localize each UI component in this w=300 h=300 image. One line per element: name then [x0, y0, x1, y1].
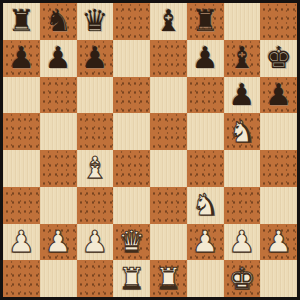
square-g5[interactable]: ♞	[224, 113, 261, 150]
square-f7[interactable]: ♟	[187, 40, 224, 77]
square-g2[interactable]: ♟	[224, 224, 261, 261]
square-e1[interactable]: ♜	[150, 260, 187, 297]
chess-board-frame: ♜♞♛♝♜♟♟♟♟♝♚♟♟♞♝♞♟♟♟♛♟♟♟♜♜♚	[0, 0, 300, 300]
square-a7[interactable]: ♟	[3, 40, 40, 77]
piece-black-bishop[interactable]: ♝	[155, 6, 182, 36]
square-e7[interactable]	[150, 40, 187, 77]
square-a8[interactable]: ♜	[3, 3, 40, 40]
piece-white-knight[interactable]: ♞	[192, 190, 219, 220]
piece-white-rook[interactable]: ♜	[155, 264, 182, 294]
square-b1[interactable]	[40, 260, 77, 297]
square-d3[interactable]	[113, 187, 150, 224]
square-b7[interactable]: ♟	[40, 40, 77, 77]
square-h7[interactable]: ♚	[260, 40, 297, 77]
square-g1[interactable]: ♚	[224, 260, 261, 297]
square-b3[interactable]	[40, 187, 77, 224]
square-h3[interactable]	[260, 187, 297, 224]
square-f6[interactable]	[187, 77, 224, 114]
square-c2[interactable]: ♟	[77, 224, 114, 261]
square-g4[interactable]	[224, 150, 261, 187]
square-d1[interactable]: ♜	[113, 260, 150, 297]
square-e5[interactable]	[150, 113, 187, 150]
square-g3[interactable]	[224, 187, 261, 224]
piece-black-queen[interactable]: ♛	[81, 6, 108, 36]
square-e4[interactable]	[150, 150, 187, 187]
square-h6[interactable]: ♟	[260, 77, 297, 114]
square-a5[interactable]	[3, 113, 40, 150]
square-e2[interactable]	[150, 224, 187, 261]
square-c8[interactable]: ♛	[77, 3, 114, 40]
square-f1[interactable]	[187, 260, 224, 297]
square-c3[interactable]	[77, 187, 114, 224]
square-g8[interactable]	[224, 3, 261, 40]
piece-black-pawn[interactable]: ♟	[8, 43, 35, 73]
square-f4[interactable]	[187, 150, 224, 187]
piece-white-king[interactable]: ♚	[228, 264, 255, 294]
square-c4[interactable]: ♝	[77, 150, 114, 187]
square-b5[interactable]	[40, 113, 77, 150]
square-b8[interactable]: ♞	[40, 3, 77, 40]
piece-white-rook[interactable]: ♜	[118, 264, 145, 294]
square-f3[interactable]: ♞	[187, 187, 224, 224]
piece-white-queen[interactable]: ♛	[118, 227, 145, 257]
square-c1[interactable]	[77, 260, 114, 297]
square-h8[interactable]	[260, 3, 297, 40]
piece-black-rook[interactable]: ♜	[8, 6, 35, 36]
piece-white-pawn[interactable]: ♟	[8, 227, 35, 257]
square-b4[interactable]	[40, 150, 77, 187]
square-f8[interactable]: ♜	[187, 3, 224, 40]
piece-black-pawn[interactable]: ♟	[45, 43, 72, 73]
square-g6[interactable]: ♟	[224, 77, 261, 114]
square-a2[interactable]: ♟	[3, 224, 40, 261]
square-c5[interactable]	[77, 113, 114, 150]
piece-white-pawn[interactable]: ♟	[265, 227, 292, 257]
square-b6[interactable]	[40, 77, 77, 114]
square-d6[interactable]	[113, 77, 150, 114]
square-d4[interactable]	[113, 150, 150, 187]
piece-black-pawn[interactable]: ♟	[192, 43, 219, 73]
square-h2[interactable]: ♟	[260, 224, 297, 261]
square-e6[interactable]	[150, 77, 187, 114]
piece-black-pawn[interactable]: ♟	[265, 80, 292, 110]
square-g7[interactable]: ♝	[224, 40, 261, 77]
square-b2[interactable]: ♟	[40, 224, 77, 261]
square-d8[interactable]	[113, 3, 150, 40]
piece-white-pawn[interactable]: ♟	[228, 227, 255, 257]
piece-black-bishop[interactable]: ♝	[228, 43, 255, 73]
square-e3[interactable]	[150, 187, 187, 224]
square-f5[interactable]	[187, 113, 224, 150]
piece-black-pawn[interactable]: ♟	[81, 43, 108, 73]
piece-white-bishop[interactable]: ♝	[81, 153, 108, 183]
square-h5[interactable]	[260, 113, 297, 150]
square-h1[interactable]	[260, 260, 297, 297]
piece-black-king[interactable]: ♚	[265, 43, 292, 73]
piece-black-knight[interactable]: ♞	[45, 6, 72, 36]
square-a1[interactable]	[3, 260, 40, 297]
square-c7[interactable]: ♟	[77, 40, 114, 77]
chess-board: ♜♞♛♝♜♟♟♟♟♝♚♟♟♞♝♞♟♟♟♛♟♟♟♜♜♚	[3, 3, 297, 297]
square-d5[interactable]	[113, 113, 150, 150]
square-d2[interactable]: ♛	[113, 224, 150, 261]
square-f2[interactable]: ♟	[187, 224, 224, 261]
piece-black-rook[interactable]: ♜	[192, 6, 219, 36]
square-a3[interactable]	[3, 187, 40, 224]
piece-black-pawn[interactable]: ♟	[228, 80, 255, 110]
square-h4[interactable]	[260, 150, 297, 187]
piece-white-pawn[interactable]: ♟	[81, 227, 108, 257]
square-a4[interactable]	[3, 150, 40, 187]
square-e8[interactable]: ♝	[150, 3, 187, 40]
square-a6[interactable]	[3, 77, 40, 114]
square-d7[interactable]	[113, 40, 150, 77]
square-c6[interactable]	[77, 77, 114, 114]
piece-white-pawn[interactable]: ♟	[192, 227, 219, 257]
piece-white-pawn[interactable]: ♟	[45, 227, 72, 257]
piece-white-knight[interactable]: ♞	[228, 117, 255, 147]
